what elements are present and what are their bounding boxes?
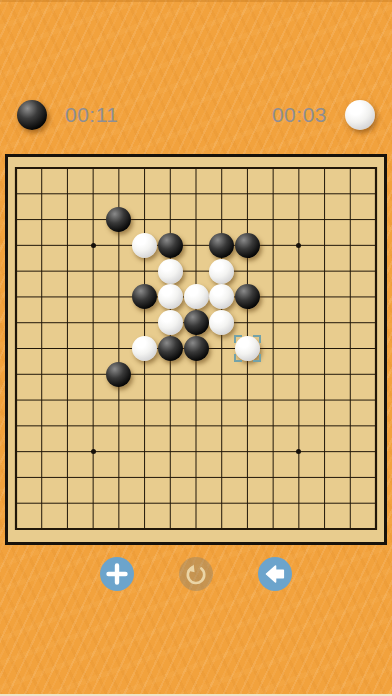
intersection[interactable] [157, 465, 183, 491]
intersection[interactable] [106, 516, 132, 542]
intersection[interactable] [235, 387, 261, 413]
intersection[interactable] [312, 490, 338, 516]
intersection[interactable] [3, 181, 29, 207]
star-point [91, 449, 96, 454]
intersection[interactable] [337, 490, 363, 516]
intersection[interactable] [363, 387, 389, 413]
intersection[interactable] [3, 207, 29, 233]
intersection[interactable] [235, 155, 261, 181]
intersection[interactable] [235, 181, 261, 207]
app-screen: 00:11 00:03 [0, 0, 392, 696]
intersection[interactable] [106, 284, 132, 310]
intersection[interactable] [106, 181, 132, 207]
intersection[interactable] [157, 439, 183, 465]
intersection[interactable] [312, 207, 338, 233]
intersection[interactable] [337, 439, 363, 465]
intersection[interactable] [312, 439, 338, 465]
intersection[interactable] [183, 207, 209, 233]
intersection[interactable] [29, 181, 55, 207]
intersection[interactable] [286, 258, 312, 284]
intersection[interactable] [3, 516, 29, 542]
intersection[interactable] [55, 284, 81, 310]
intersection[interactable] [55, 465, 81, 491]
intersection[interactable] [260, 413, 286, 439]
intersection[interactable] [286, 387, 312, 413]
intersection[interactable] [157, 361, 183, 387]
intersection[interactable] [80, 516, 106, 542]
intersection[interactable] [260, 465, 286, 491]
intersection[interactable] [235, 516, 261, 542]
black-stone [235, 233, 260, 258]
intersection[interactable] [157, 258, 183, 284]
intersection[interactable] [157, 155, 183, 181]
intersection[interactable] [183, 310, 209, 336]
intersection[interactable] [29, 336, 55, 362]
intersection[interactable] [3, 310, 29, 336]
intersection[interactable] [55, 207, 81, 233]
intersection[interactable] [286, 439, 312, 465]
intersection[interactable] [3, 232, 29, 258]
intersection[interactable] [312, 155, 338, 181]
intersection[interactable] [106, 207, 132, 233]
intersection[interactable] [312, 232, 338, 258]
intersection[interactable] [3, 439, 29, 465]
intersection[interactable] [55, 181, 81, 207]
black-timer: 00:11 [65, 103, 119, 127]
intersection[interactable] [209, 284, 235, 310]
white-stone [158, 259, 183, 284]
intersection[interactable] [337, 232, 363, 258]
intersection[interactable] [363, 361, 389, 387]
intersection[interactable] [209, 207, 235, 233]
intersection[interactable] [183, 439, 209, 465]
intersection[interactable] [260, 207, 286, 233]
white-stone [158, 284, 183, 309]
intersection[interactable] [157, 387, 183, 413]
intersection[interactable] [235, 361, 261, 387]
new-game-button[interactable] [100, 557, 134, 591]
intersection[interactable] [286, 181, 312, 207]
intersection[interactable] [337, 258, 363, 284]
intersection[interactable] [260, 155, 286, 181]
intersection[interactable] [235, 284, 261, 310]
intersection[interactable] [106, 258, 132, 284]
intersection[interactable] [80, 181, 106, 207]
intersection[interactable] [80, 490, 106, 516]
intersection[interactable] [337, 413, 363, 439]
intersection[interactable] [3, 465, 29, 491]
intersection[interactable] [337, 516, 363, 542]
intersection[interactable] [80, 465, 106, 491]
intersection[interactable] [157, 207, 183, 233]
intersection[interactable] [183, 413, 209, 439]
intersection[interactable] [312, 284, 338, 310]
intersection[interactable] [363, 336, 389, 362]
intersection[interactable] [286, 490, 312, 516]
intersection[interactable] [209, 387, 235, 413]
intersection[interactable] [312, 361, 338, 387]
intersection[interactable] [363, 284, 389, 310]
intersection[interactable] [106, 155, 132, 181]
intersection[interactable] [157, 284, 183, 310]
intersection[interactable] [183, 516, 209, 542]
intersection[interactable] [106, 413, 132, 439]
star-point [296, 449, 301, 454]
intersection[interactable] [3, 336, 29, 362]
intersection[interactable] [80, 336, 106, 362]
intersection[interactable] [3, 387, 29, 413]
intersection[interactable] [209, 181, 235, 207]
black-stone [209, 233, 234, 258]
intersection[interactable] [132, 155, 158, 181]
intersection[interactable] [80, 258, 106, 284]
intersection[interactable] [157, 516, 183, 542]
intersection[interactable] [80, 284, 106, 310]
intersection[interactable] [337, 387, 363, 413]
intersection[interactable] [157, 336, 183, 362]
intersection[interactable] [337, 155, 363, 181]
intersection[interactable] [132, 336, 158, 362]
intersection[interactable] [183, 155, 209, 181]
intersection[interactable] [235, 258, 261, 284]
intersection[interactable] [286, 413, 312, 439]
last-move-marker [234, 335, 261, 362]
white-stone [209, 310, 234, 335]
intersection[interactable] [235, 232, 261, 258]
intersection[interactable] [260, 181, 286, 207]
white-stone-icon [345, 100, 375, 130]
intersection[interactable] [106, 439, 132, 465]
intersection[interactable] [209, 361, 235, 387]
intersection[interactable] [80, 232, 106, 258]
intersection[interactable] [29, 284, 55, 310]
intersection[interactable] [363, 310, 389, 336]
intersection[interactable] [337, 181, 363, 207]
intersection[interactable] [286, 465, 312, 491]
intersection[interactable] [106, 361, 132, 387]
intersection[interactable] [363, 181, 389, 207]
intersection[interactable] [363, 439, 389, 465]
intersection[interactable] [363, 413, 389, 439]
intersection[interactable] [3, 155, 29, 181]
intersection[interactable] [3, 413, 29, 439]
intersection[interactable] [260, 490, 286, 516]
black-stone [106, 362, 131, 387]
toolbar [0, 557, 392, 591]
intersection[interactable] [209, 490, 235, 516]
intersection[interactable] [157, 181, 183, 207]
black-stone [184, 336, 209, 361]
intersection[interactable] [183, 361, 209, 387]
intersection[interactable] [286, 155, 312, 181]
intersection[interactable] [363, 207, 389, 233]
intersection[interactable] [183, 465, 209, 491]
intersection[interactable] [235, 336, 261, 362]
intersection[interactable] [80, 387, 106, 413]
intersection[interactable] [29, 232, 55, 258]
intersection[interactable] [183, 181, 209, 207]
intersection[interactable] [183, 258, 209, 284]
intersection[interactable] [209, 258, 235, 284]
black-stone [132, 284, 157, 309]
intersection[interactable] [157, 490, 183, 516]
intersection[interactable] [132, 181, 158, 207]
intersection[interactable] [29, 361, 55, 387]
intersection[interactable] [260, 232, 286, 258]
intersection[interactable] [260, 516, 286, 542]
white-stone [209, 284, 234, 309]
intersection[interactable] [337, 336, 363, 362]
black-stone [184, 310, 209, 335]
intersection[interactable] [235, 310, 261, 336]
white-stone [158, 310, 183, 335]
intersection[interactable] [337, 310, 363, 336]
intersection[interactable] [3, 284, 29, 310]
intersection[interactable] [132, 387, 158, 413]
intersection[interactable] [132, 516, 158, 542]
intersection[interactable] [157, 413, 183, 439]
intersection[interactable] [337, 465, 363, 491]
intersection[interactable] [286, 284, 312, 310]
intersection[interactable] [235, 413, 261, 439]
intersection[interactable] [286, 336, 312, 362]
black-stone-icon [17, 100, 47, 130]
intersection[interactable] [80, 361, 106, 387]
intersection[interactable] [3, 361, 29, 387]
intersection[interactable] [132, 361, 158, 387]
intersection[interactable] [312, 413, 338, 439]
plus-icon [100, 557, 134, 591]
white-stone [132, 233, 157, 258]
intersection[interactable] [337, 284, 363, 310]
intersection[interactable] [132, 439, 158, 465]
game-status-bar: 00:11 00:03 [0, 100, 392, 130]
intersection[interactable] [235, 439, 261, 465]
intersection[interactable] [363, 232, 389, 258]
intersection[interactable] [260, 284, 286, 310]
black-stone [235, 284, 260, 309]
intersection[interactable] [312, 465, 338, 491]
intersection[interactable] [132, 413, 158, 439]
intersection[interactable] [106, 465, 132, 491]
undo-button[interactable] [179, 557, 213, 591]
intersection[interactable] [260, 336, 286, 362]
intersection[interactable] [260, 361, 286, 387]
back-button[interactable] [258, 557, 292, 591]
intersection[interactable] [80, 155, 106, 181]
intersection[interactable] [286, 516, 312, 542]
intersection[interactable] [183, 232, 209, 258]
star-point [91, 243, 96, 248]
intersection[interactable] [312, 258, 338, 284]
intersection[interactable] [235, 207, 261, 233]
intersection[interactable] [337, 207, 363, 233]
intersection[interactable] [286, 310, 312, 336]
intersection[interactable] [235, 490, 261, 516]
intersection[interactable] [363, 258, 389, 284]
intersection[interactable] [55, 155, 81, 181]
intersection[interactable] [286, 361, 312, 387]
intersection[interactable] [55, 310, 81, 336]
intersection[interactable] [80, 310, 106, 336]
intersection[interactable] [55, 232, 81, 258]
intersection[interactable] [55, 336, 81, 362]
intersection[interactable] [29, 387, 55, 413]
intersection[interactable] [286, 232, 312, 258]
intersection[interactable] [312, 516, 338, 542]
intersection[interactable] [183, 284, 209, 310]
intersection[interactable] [132, 232, 158, 258]
intersection[interactable] [29, 439, 55, 465]
intersection[interactable] [312, 181, 338, 207]
white-stone [209, 259, 234, 284]
intersection[interactable] [55, 387, 81, 413]
undo-icon [179, 557, 213, 591]
intersection[interactable] [55, 258, 81, 284]
intersection[interactable] [209, 516, 235, 542]
intersection[interactable] [286, 207, 312, 233]
intersection[interactable] [209, 232, 235, 258]
intersection[interactable] [55, 439, 81, 465]
white-timer: 00:03 [272, 103, 327, 127]
intersection[interactable] [209, 155, 235, 181]
intersection[interactable] [337, 361, 363, 387]
black-stone [158, 233, 183, 258]
intersection[interactable] [80, 207, 106, 233]
intersection[interactable] [80, 413, 106, 439]
back-arrow-icon [258, 557, 292, 591]
intersection[interactable] [106, 490, 132, 516]
intersection[interactable] [80, 439, 106, 465]
intersection[interactable] [209, 439, 235, 465]
intersection[interactable] [55, 516, 81, 542]
intersection[interactable] [363, 465, 389, 491]
intersection[interactable] [363, 490, 389, 516]
intersection[interactable] [29, 207, 55, 233]
intersection[interactable] [260, 387, 286, 413]
intersection[interactable] [132, 490, 158, 516]
intersection[interactable] [29, 258, 55, 284]
intersection[interactable] [55, 413, 81, 439]
board-intersections[interactable] [3, 155, 389, 542]
intersection[interactable] [132, 207, 158, 233]
black-stone [106, 207, 131, 232]
white-stone [132, 336, 157, 361]
intersection[interactable] [106, 310, 132, 336]
intersection[interactable] [29, 516, 55, 542]
intersection[interactable] [363, 155, 389, 181]
intersection[interactable] [260, 439, 286, 465]
intersection[interactable] [183, 336, 209, 362]
intersection[interactable] [106, 336, 132, 362]
gomoku-board[interactable] [5, 154, 387, 545]
intersection[interactable] [29, 155, 55, 181]
intersection[interactable] [235, 465, 261, 491]
intersection[interactable] [363, 516, 389, 542]
intersection[interactable] [29, 413, 55, 439]
intersection[interactable] [157, 232, 183, 258]
board-grid [16, 168, 376, 529]
intersection[interactable] [157, 310, 183, 336]
intersection[interactable] [3, 258, 29, 284]
intersection[interactable] [209, 336, 235, 362]
player-white: 00:03 [272, 100, 375, 130]
intersection[interactable] [132, 284, 158, 310]
intersection[interactable] [312, 310, 338, 336]
star-point [296, 243, 301, 248]
intersection[interactable] [209, 465, 235, 491]
intersection[interactable] [55, 490, 81, 516]
intersection[interactable] [260, 258, 286, 284]
intersection[interactable] [132, 258, 158, 284]
intersection[interactable] [106, 232, 132, 258]
intersection[interactable] [55, 361, 81, 387]
intersection[interactable] [29, 490, 55, 516]
white-stone [184, 284, 209, 309]
intersection[interactable] [183, 490, 209, 516]
player-black: 00:11 [17, 100, 119, 130]
intersection[interactable] [209, 310, 235, 336]
intersection[interactable] [29, 465, 55, 491]
intersection[interactable] [106, 387, 132, 413]
intersection[interactable] [132, 465, 158, 491]
intersection[interactable] [312, 336, 338, 362]
intersection[interactable] [260, 310, 286, 336]
intersection[interactable] [29, 310, 55, 336]
intersection[interactable] [312, 387, 338, 413]
intersection[interactable] [132, 310, 158, 336]
intersection[interactable] [209, 413, 235, 439]
intersection[interactable] [3, 490, 29, 516]
black-stone [158, 336, 183, 361]
intersection[interactable] [183, 387, 209, 413]
